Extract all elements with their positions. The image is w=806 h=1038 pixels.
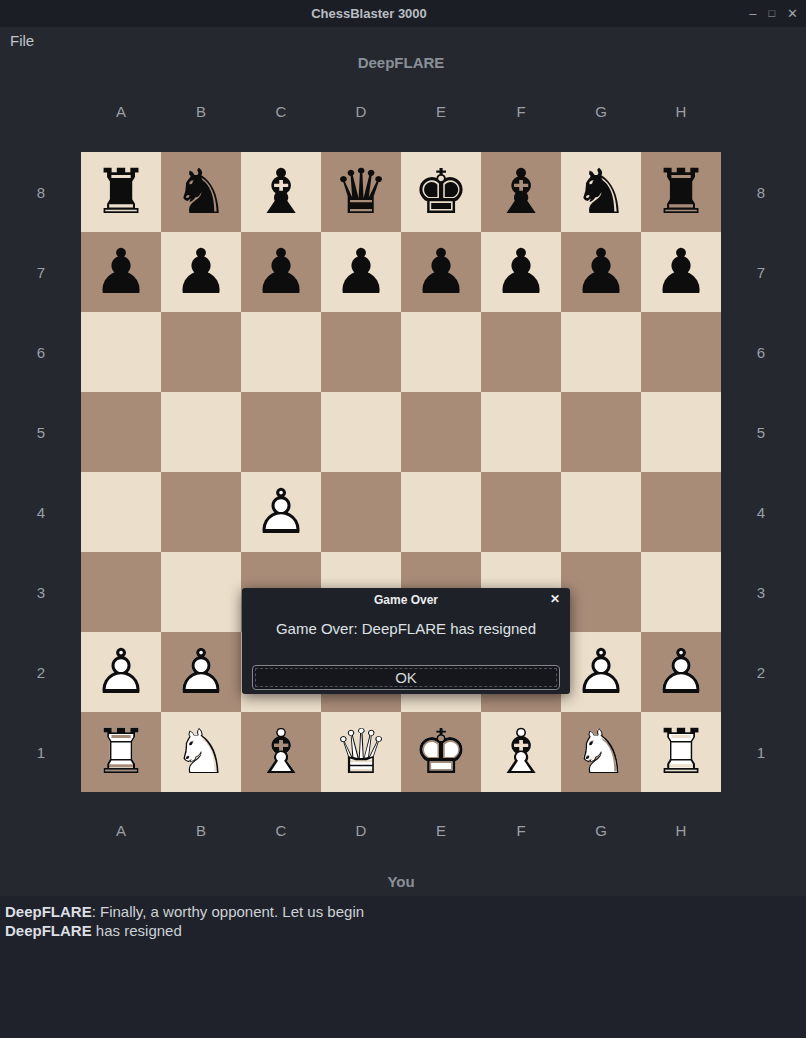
piece-black-pawn: ♟ <box>81 232 161 312</box>
square-a8[interactable]: ♜ <box>81 152 161 232</box>
square-g6[interactable] <box>561 312 641 392</box>
rank-label-7: 7 <box>31 232 51 312</box>
file-label-b: B <box>161 102 241 122</box>
square-h8[interactable]: ♜ <box>641 152 721 232</box>
file-label-e: E <box>401 102 481 122</box>
piece-black-rook: ♜ <box>81 152 161 232</box>
rank-label-7: 7 <box>751 232 771 312</box>
piece-outline: ♙ <box>241 472 321 552</box>
piece-white-pawn: ♟♙ <box>81 632 161 712</box>
square-e7[interactable]: ♟ <box>401 232 481 312</box>
rank-label-3: 3 <box>31 552 51 632</box>
square-e8[interactable]: ♚ <box>401 152 481 232</box>
square-a1[interactable]: ♜♖ <box>81 712 161 792</box>
player-name-label: You <box>81 873 721 890</box>
piece-black-queen: ♛ <box>321 152 401 232</box>
square-c5[interactable] <box>241 392 321 472</box>
square-e5[interactable] <box>401 392 481 472</box>
square-e1[interactable]: ♚♔ <box>401 712 481 792</box>
piece-white-bishop: ♝♗ <box>481 712 561 792</box>
rank-label-5: 5 <box>751 392 771 472</box>
square-d8[interactable]: ♛ <box>321 152 401 232</box>
menubar: File <box>0 27 806 53</box>
square-h3[interactable] <box>641 552 721 632</box>
square-b3[interactable] <box>161 552 241 632</box>
square-a2[interactable]: ♟♙ <box>81 632 161 712</box>
piece-black-knight: ♞ <box>161 152 241 232</box>
piece-outline: ♗ <box>241 712 321 792</box>
titlebar: ChessBlaster 3000 – □ ✕ <box>0 0 806 27</box>
window-controls: – □ ✕ <box>749 0 798 27</box>
square-h6[interactable] <box>641 312 721 392</box>
file-label-e: E <box>401 821 481 841</box>
square-f5[interactable] <box>481 392 561 472</box>
file-label-a: A <box>81 102 161 122</box>
piece-white-knight: ♞♘ <box>561 712 641 792</box>
close-icon[interactable]: ✕ <box>787 0 798 27</box>
piece-black-pawn: ♟ <box>321 232 401 312</box>
piece-outline: ♘ <box>161 712 241 792</box>
piece-black-rook: ♜ <box>641 152 721 232</box>
rank-label-1: 1 <box>31 712 51 792</box>
square-b1[interactable]: ♞♘ <box>161 712 241 792</box>
piece-outline: ♙ <box>161 632 241 712</box>
rank-label-8: 8 <box>751 152 771 232</box>
file-label-c: C <box>241 102 321 122</box>
rank-label-4: 4 <box>751 472 771 552</box>
square-a7[interactable]: ♟ <box>81 232 161 312</box>
square-d1[interactable]: ♛♕ <box>321 712 401 792</box>
rank-labels-left: 87654321 <box>31 152 51 792</box>
piece-outline: ♙ <box>561 632 641 712</box>
square-g2[interactable]: ♟♙ <box>561 632 641 712</box>
square-a6[interactable] <box>81 312 161 392</box>
app-window: ChessBlaster 3000 – □ ✕ File DeepFLARE A… <box>0 0 806 1038</box>
piece-black-pawn: ♟ <box>481 232 561 312</box>
dialog-close-icon[interactable]: ✕ <box>550 592 560 606</box>
piece-black-pawn: ♟ <box>401 232 481 312</box>
piece-outline: ♔ <box>401 712 481 792</box>
piece-white-king: ♚♔ <box>401 712 481 792</box>
piece-white-bishop: ♝♗ <box>241 712 321 792</box>
file-label-f: F <box>481 821 561 841</box>
file-label-h: H <box>641 821 721 841</box>
file-labels-top: ABCDEFGH <box>81 102 721 122</box>
chat-message: DeepFLARE: Finally, a worthy opponent. L… <box>5 902 801 921</box>
opponent-name-label: DeepFLARE <box>81 54 721 71</box>
square-b5[interactable] <box>161 392 241 472</box>
square-f7[interactable]: ♟ <box>481 232 561 312</box>
chat-text: : Finally, a worthy opponent. Let us beg… <box>92 903 364 920</box>
file-label-d: D <box>321 821 401 841</box>
square-d5[interactable] <box>321 392 401 472</box>
rank-label-3: 3 <box>751 552 771 632</box>
file-label-d: D <box>321 102 401 122</box>
dialog-title: Game Over <box>242 593 570 607</box>
square-h4[interactable] <box>641 472 721 552</box>
piece-outline: ♖ <box>641 712 721 792</box>
piece-white-pawn: ♟♙ <box>561 632 641 712</box>
minimize-icon[interactable]: – <box>749 0 756 27</box>
piece-black-pawn: ♟ <box>161 232 241 312</box>
piece-outline: ♕ <box>321 712 401 792</box>
square-h7[interactable]: ♟ <box>641 232 721 312</box>
file-label-a: A <box>81 821 161 841</box>
square-b8[interactable]: ♞ <box>161 152 241 232</box>
square-b4[interactable] <box>161 472 241 552</box>
square-g3[interactable] <box>561 552 641 632</box>
square-c8[interactable]: ♝ <box>241 152 321 232</box>
chat-sender: DeepFLARE <box>5 903 92 920</box>
square-f1[interactable]: ♝♗ <box>481 712 561 792</box>
piece-white-pawn: ♟♙ <box>161 632 241 712</box>
square-c6[interactable] <box>241 312 321 392</box>
ok-button[interactable]: OK <box>252 665 560 690</box>
square-c1[interactable]: ♝♗ <box>241 712 321 792</box>
chat-text: has resigned <box>92 922 182 939</box>
piece-outline: ♘ <box>561 712 641 792</box>
window-title: ChessBlaster 3000 <box>311 6 495 21</box>
game-over-dialog: Game Over ✕ Game Over: DeepFLARE has res… <box>242 588 570 694</box>
dialog-message: Game Over: DeepFLARE has resigned <box>242 620 570 637</box>
square-g4[interactable] <box>561 472 641 552</box>
board: ♜♞♝♛♚♝♞♜♟♟♟♟♟♟♟♟♟♙♟♙♟♙♟♙♟♙♟♙♟♙♟♙♜♖♞♘♝♗♛♕… <box>81 152 721 792</box>
piece-black-pawn: ♟ <box>561 232 641 312</box>
square-b6[interactable] <box>161 312 241 392</box>
file-label-g: G <box>561 102 641 122</box>
rank-label-2: 2 <box>751 632 771 712</box>
piece-outline: ♙ <box>641 632 721 712</box>
piece-outline: ♗ <box>481 712 561 792</box>
rank-labels-right: 87654321 <box>751 152 771 792</box>
piece-black-knight: ♞ <box>561 152 641 232</box>
square-h5[interactable] <box>641 392 721 472</box>
square-a3[interactable] <box>81 552 161 632</box>
file-label-b: B <box>161 821 241 841</box>
square-b2[interactable]: ♟♙ <box>161 632 241 712</box>
file-label-c: C <box>241 821 321 841</box>
piece-black-bishop: ♝ <box>481 152 561 232</box>
square-g8[interactable]: ♞ <box>561 152 641 232</box>
square-c4[interactable]: ♟♙ <box>241 472 321 552</box>
menu-file[interactable]: File <box>0 32 44 49</box>
square-f6[interactable] <box>481 312 561 392</box>
rank-label-4: 4 <box>31 472 51 552</box>
square-a4[interactable] <box>81 472 161 552</box>
square-f4[interactable] <box>481 472 561 552</box>
square-g1[interactable]: ♞♘ <box>561 712 641 792</box>
square-d4[interactable] <box>321 472 401 552</box>
piece-black-king: ♚ <box>401 152 481 232</box>
rank-label-2: 2 <box>31 632 51 712</box>
piece-outline: ♖ <box>81 712 161 792</box>
square-d7[interactable]: ♟ <box>321 232 401 312</box>
chat-message: DeepFLARE has resigned <box>5 921 801 940</box>
rank-label-6: 6 <box>751 312 771 392</box>
square-h2[interactable]: ♟♙ <box>641 632 721 712</box>
file-label-h: H <box>641 102 721 122</box>
square-c7[interactable]: ♟ <box>241 232 321 312</box>
rank-label-1: 1 <box>751 712 771 792</box>
square-d6[interactable] <box>321 312 401 392</box>
file-labels-bottom: ABCDEFGH <box>81 821 721 841</box>
square-b7[interactable]: ♟ <box>161 232 241 312</box>
piece-white-rook: ♜♖ <box>641 712 721 792</box>
maximize-icon[interactable]: □ <box>768 0 775 27</box>
chat-log[interactable]: DeepFLARE: Finally, a worthy opponent. L… <box>0 896 806 1038</box>
square-e4[interactable] <box>401 472 481 552</box>
rank-label-6: 6 <box>31 312 51 392</box>
square-a5[interactable] <box>81 392 161 472</box>
square-g7[interactable]: ♟ <box>561 232 641 312</box>
square-g5[interactable] <box>561 392 641 472</box>
piece-white-rook: ♜♖ <box>81 712 161 792</box>
file-label-g: G <box>561 821 641 841</box>
rank-label-5: 5 <box>31 392 51 472</box>
file-label-f: F <box>481 102 561 122</box>
chat-sender: DeepFLARE <box>5 922 92 939</box>
piece-black-bishop: ♝ <box>241 152 321 232</box>
piece-white-knight: ♞♘ <box>161 712 241 792</box>
piece-white-queen: ♛♕ <box>321 712 401 792</box>
square-h1[interactable]: ♜♖ <box>641 712 721 792</box>
square-f8[interactable]: ♝ <box>481 152 561 232</box>
piece-outline: ♙ <box>81 632 161 712</box>
piece-white-pawn: ♟♙ <box>241 472 321 552</box>
piece-white-pawn: ♟♙ <box>641 632 721 712</box>
rank-label-8: 8 <box>31 152 51 232</box>
piece-black-pawn: ♟ <box>241 232 321 312</box>
square-e6[interactable] <box>401 312 481 392</box>
piece-black-pawn: ♟ <box>641 232 721 312</box>
